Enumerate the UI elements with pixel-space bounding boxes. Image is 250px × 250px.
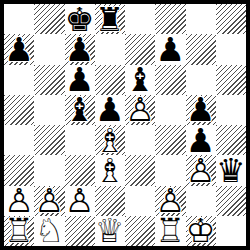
square-e1[interactable] — [125, 216, 155, 246]
square-e4[interactable] — [125, 125, 155, 155]
white-pawn-piece[interactable]: ♟♙ — [186, 155, 216, 185]
square-e6[interactable]: ♝ — [125, 65, 155, 95]
square-g3[interactable]: ♟♙ — [186, 155, 216, 185]
white-pawn-glyph-fill: ♟ — [4, 186, 34, 216]
white-pawn-glyph-outline: ♙ — [186, 155, 216, 185]
black-pawn-piece[interactable]: ♟ — [186, 95, 216, 125]
square-g5[interactable]: ♟ — [186, 95, 216, 125]
black-pawn-piece[interactable]: ♟ — [65, 34, 95, 64]
white-pawn-glyph-fill: ♟ — [34, 186, 64, 216]
black-pawn-piece[interactable]: ♟ — [186, 125, 216, 155]
square-c2[interactable]: ♟♙ — [65, 186, 95, 216]
square-c8[interactable]: ♚ — [65, 4, 95, 34]
white-rook-glyph-fill: ♜ — [4, 216, 34, 246]
square-a7[interactable]: ♟ — [4, 34, 34, 64]
square-g7[interactable] — [186, 34, 216, 64]
chess-board: ♚♜♟♟♟♟♝♝♟♟♙♟♝♗♟♝♗♟♙♛♟♙♟♙♟♙♟♙♜♖♞♘♛♕♜♖♚♔ — [0, 0, 250, 250]
square-h8[interactable] — [216, 4, 246, 34]
square-b4[interactable] — [34, 125, 64, 155]
square-e2[interactable] — [125, 186, 155, 216]
square-d2[interactable] — [95, 186, 125, 216]
square-f1[interactable]: ♜♖ — [155, 216, 185, 246]
square-h5[interactable] — [216, 95, 246, 125]
square-e3[interactable] — [125, 155, 155, 185]
white-bishop-glyph-outline: ♗ — [95, 125, 125, 155]
black-rook-glyph: ♜ — [95, 4, 125, 34]
white-pawn-glyph-outline: ♙ — [65, 186, 95, 216]
black-pawn-piece[interactable]: ♟ — [155, 34, 185, 64]
white-bishop-glyph-fill: ♝ — [95, 125, 125, 155]
white-pawn-piece[interactable]: ♟♙ — [155, 186, 185, 216]
black-pawn-glyph: ♟ — [186, 95, 216, 125]
square-h3[interactable]: ♛ — [216, 155, 246, 185]
white-pawn-piece[interactable]: ♟♙ — [4, 186, 34, 216]
square-b3[interactable] — [34, 155, 64, 185]
square-f2[interactable]: ♟♙ — [155, 186, 185, 216]
square-b6[interactable] — [34, 65, 64, 95]
square-f7[interactable]: ♟ — [155, 34, 185, 64]
square-h7[interactable] — [216, 34, 246, 64]
square-a4[interactable] — [4, 125, 34, 155]
white-rook-piece[interactable]: ♜♖ — [155, 216, 185, 246]
white-queen-glyph-fill: ♛ — [95, 216, 125, 246]
square-c6[interactable]: ♟ — [65, 65, 95, 95]
white-pawn-piece[interactable]: ♟♙ — [65, 186, 95, 216]
black-rook-piece[interactable]: ♜ — [95, 4, 125, 34]
square-b8[interactable] — [34, 4, 64, 34]
black-pawn-piece[interactable]: ♟ — [95, 95, 125, 125]
square-d6[interactable] — [95, 65, 125, 95]
black-queen-piece[interactable]: ♛ — [216, 155, 246, 185]
square-c3[interactable] — [65, 155, 95, 185]
white-pawn-glyph-fill: ♟ — [65, 186, 95, 216]
black-pawn-piece[interactable]: ♟ — [4, 34, 34, 64]
white-rook-glyph-outline: ♖ — [4, 216, 34, 246]
square-f6[interactable] — [155, 65, 185, 95]
square-d8[interactable]: ♜ — [95, 4, 125, 34]
square-g4[interactable]: ♟ — [186, 125, 216, 155]
white-queen-piece[interactable]: ♛♕ — [95, 216, 125, 246]
black-pawn-glyph: ♟ — [4, 34, 34, 64]
square-f4[interactable] — [155, 125, 185, 155]
square-c7[interactable]: ♟ — [65, 34, 95, 64]
square-f8[interactable] — [155, 4, 185, 34]
square-f3[interactable] — [155, 155, 185, 185]
black-bishop-glyph: ♝ — [65, 95, 95, 125]
white-queen-glyph-outline: ♕ — [95, 216, 125, 246]
white-king-piece[interactable]: ♚♔ — [186, 216, 216, 246]
white-pawn-glyph-outline: ♙ — [125, 95, 155, 125]
white-pawn-piece[interactable]: ♟♙ — [125, 95, 155, 125]
square-d3[interactable]: ♝♗ — [95, 155, 125, 185]
square-g2[interactable] — [186, 186, 216, 216]
square-h4[interactable] — [216, 125, 246, 155]
white-pawn-glyph-outline: ♙ — [4, 186, 34, 216]
white-pawn-glyph-fill: ♟ — [186, 155, 216, 185]
white-rook-glyph-outline: ♖ — [155, 216, 185, 246]
white-pawn-glyph-outline: ♙ — [34, 186, 64, 216]
square-d4[interactable]: ♝♗ — [95, 125, 125, 155]
white-bishop-piece[interactable]: ♝♗ — [95, 155, 125, 185]
white-pawn-piece[interactable]: ♟♙ — [34, 186, 64, 216]
square-a6[interactable] — [4, 65, 34, 95]
square-e7[interactable] — [125, 34, 155, 64]
square-a3[interactable] — [4, 155, 34, 185]
square-g1[interactable]: ♚♔ — [186, 216, 216, 246]
white-knight-glyph-fill: ♞ — [34, 216, 64, 246]
black-bishop-glyph: ♝ — [125, 65, 155, 95]
white-king-glyph-outline: ♔ — [186, 216, 216, 246]
square-b7[interactable] — [34, 34, 64, 64]
square-d1[interactable]: ♛♕ — [95, 216, 125, 246]
white-king-glyph-fill: ♚ — [186, 216, 216, 246]
square-e5[interactable]: ♟♙ — [125, 95, 155, 125]
white-knight-piece[interactable]: ♞♘ — [34, 216, 64, 246]
white-bishop-glyph-outline: ♗ — [95, 155, 125, 185]
square-f5[interactable] — [155, 95, 185, 125]
black-queen-glyph: ♛ — [216, 155, 246, 185]
white-pawn-glyph-outline: ♙ — [155, 186, 185, 216]
square-d7[interactable] — [95, 34, 125, 64]
white-bishop-piece[interactable]: ♝♗ — [95, 125, 125, 155]
black-pawn-glyph: ♟ — [186, 125, 216, 155]
white-rook-piece[interactable]: ♜♖ — [4, 216, 34, 246]
black-bishop-piece[interactable]: ♝ — [65, 95, 95, 125]
square-b1[interactable]: ♞♘ — [34, 216, 64, 246]
black-pawn-piece[interactable]: ♟ — [65, 65, 95, 95]
black-king-glyph: ♚ — [65, 4, 95, 34]
white-bishop-glyph-fill: ♝ — [95, 155, 125, 185]
square-e8[interactable] — [125, 4, 155, 34]
square-c5[interactable]: ♝ — [65, 95, 95, 125]
white-pawn-glyph-fill: ♟ — [125, 95, 155, 125]
black-pawn-glyph: ♟ — [155, 34, 185, 64]
square-a1[interactable]: ♜♖ — [4, 216, 34, 246]
square-h1[interactable] — [216, 216, 246, 246]
black-pawn-glyph: ♟ — [65, 34, 95, 64]
square-a5[interactable] — [4, 95, 34, 125]
square-h2[interactable] — [216, 186, 246, 216]
black-king-piece[interactable]: ♚ — [65, 4, 95, 34]
square-c1[interactable] — [65, 216, 95, 246]
square-g8[interactable] — [186, 4, 216, 34]
square-a2[interactable]: ♟♙ — [4, 186, 34, 216]
square-b2[interactable]: ♟♙ — [34, 186, 64, 216]
square-a8[interactable] — [4, 4, 34, 34]
square-h6[interactable] — [216, 65, 246, 95]
white-pawn-glyph-fill: ♟ — [155, 186, 185, 216]
black-bishop-piece[interactable]: ♝ — [125, 65, 155, 95]
white-knight-glyph-outline: ♘ — [34, 216, 64, 246]
black-pawn-glyph: ♟ — [95, 95, 125, 125]
square-c4[interactable] — [65, 125, 95, 155]
square-g6[interactable] — [186, 65, 216, 95]
white-rook-glyph-fill: ♜ — [155, 216, 185, 246]
black-pawn-glyph: ♟ — [65, 65, 95, 95]
square-d5[interactable]: ♟ — [95, 95, 125, 125]
square-b5[interactable] — [34, 95, 64, 125]
